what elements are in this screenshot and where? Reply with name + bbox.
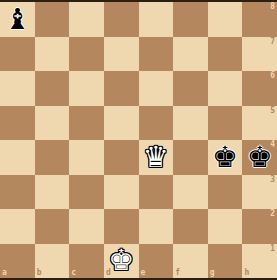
- file-label-a: a: [2, 269, 7, 277]
- square-h7[interactable]: 7: [242, 37, 277, 72]
- square-f2[interactable]: [173, 209, 208, 244]
- square-b2[interactable]: [35, 209, 70, 244]
- file-label-b: b: [37, 269, 42, 277]
- square-a5[interactable]: [0, 106, 35, 141]
- square-h6[interactable]: 6: [242, 71, 277, 106]
- square-a6[interactable]: [0, 71, 35, 106]
- square-c7[interactable]: [69, 37, 104, 72]
- square-e8[interactable]: [139, 2, 174, 37]
- square-h3[interactable]: 3: [242, 175, 277, 210]
- square-d2[interactable]: [104, 209, 139, 244]
- black-king[interactable]: ♚: [208, 140, 243, 175]
- file-label-c: c: [71, 269, 76, 277]
- square-d8[interactable]: [104, 2, 139, 37]
- square-a4[interactable]: [0, 140, 35, 175]
- square-c1[interactable]: c: [69, 244, 104, 279]
- square-e7[interactable]: [139, 37, 174, 72]
- square-f8[interactable]: [173, 2, 208, 37]
- square-e2[interactable]: [139, 209, 174, 244]
- square-g2[interactable]: [208, 209, 243, 244]
- square-g8[interactable]: [208, 2, 243, 37]
- square-f5[interactable]: [173, 106, 208, 141]
- square-b5[interactable]: [35, 106, 70, 141]
- square-c4[interactable]: [69, 140, 104, 175]
- square-b4[interactable]: [35, 140, 70, 175]
- square-e1[interactable]: e: [139, 244, 174, 279]
- square-e5[interactable]: [139, 106, 174, 141]
- square-c2[interactable]: [69, 209, 104, 244]
- square-f7[interactable]: [173, 37, 208, 72]
- rank-label-6: 6: [270, 72, 275, 80]
- square-f6[interactable]: [173, 71, 208, 106]
- square-f1[interactable]: f: [173, 244, 208, 279]
- rank-label-1: 1: [270, 245, 275, 253]
- square-b3[interactable]: [35, 175, 70, 210]
- square-d4[interactable]: [104, 140, 139, 175]
- square-a7[interactable]: [0, 37, 35, 72]
- square-h8[interactable]: 8: [242, 2, 277, 37]
- black-king[interactable]: ♚: [242, 140, 277, 175]
- square-h2[interactable]: 2: [242, 209, 277, 244]
- white-queen[interactable]: ♛: [139, 140, 174, 175]
- square-a3[interactable]: [0, 175, 35, 210]
- square-c6[interactable]: [69, 71, 104, 106]
- file-label-g: g: [210, 269, 215, 277]
- square-g7[interactable]: [208, 37, 243, 72]
- square-b8[interactable]: [35, 2, 70, 37]
- white-king[interactable]: ♚: [104, 244, 139, 279]
- chess-board: ♝8765♛♚4♚32abcd♚efg1h: [0, 2, 277, 278]
- square-g4[interactable]: ♚: [208, 140, 243, 175]
- square-c8[interactable]: [69, 2, 104, 37]
- square-d7[interactable]: [104, 37, 139, 72]
- square-d1[interactable]: d♚: [104, 244, 139, 279]
- square-f3[interactable]: [173, 175, 208, 210]
- square-e4[interactable]: ♛: [139, 140, 174, 175]
- file-label-e: e: [141, 269, 146, 277]
- square-a2[interactable]: [0, 209, 35, 244]
- square-c5[interactable]: [69, 106, 104, 141]
- rank-label-7: 7: [270, 38, 275, 46]
- square-g3[interactable]: [208, 175, 243, 210]
- square-d3[interactable]: [104, 175, 139, 210]
- square-g6[interactable]: [208, 71, 243, 106]
- rank-label-2: 2: [270, 210, 275, 218]
- rank-label-5: 5: [270, 107, 275, 115]
- square-b6[interactable]: [35, 71, 70, 106]
- square-d6[interactable]: [104, 71, 139, 106]
- square-f4[interactable]: [173, 140, 208, 175]
- square-h4[interactable]: 4♚: [242, 140, 277, 175]
- file-label-h: h: [244, 269, 249, 277]
- file-label-f: f: [175, 269, 180, 277]
- square-a1[interactable]: a: [0, 244, 35, 279]
- square-a8[interactable]: ♝: [0, 2, 35, 37]
- square-e6[interactable]: [139, 71, 174, 106]
- rank-label-3: 3: [270, 176, 275, 184]
- square-d5[interactable]: [104, 106, 139, 141]
- chess-board-window: ♝8765♛♚4♚32abcd♚efg1h: [0, 0, 277, 280]
- square-g5[interactable]: [208, 106, 243, 141]
- square-g1[interactable]: g: [208, 244, 243, 279]
- square-h5[interactable]: 5: [242, 106, 277, 141]
- rank-label-8: 8: [270, 3, 275, 11]
- square-c3[interactable]: [69, 175, 104, 210]
- square-b1[interactable]: b: [35, 244, 70, 279]
- square-h1[interactable]: 1h: [242, 244, 277, 279]
- square-e3[interactable]: [139, 175, 174, 210]
- square-b7[interactable]: [35, 37, 70, 72]
- black-bishop[interactable]: ♝: [0, 2, 35, 37]
